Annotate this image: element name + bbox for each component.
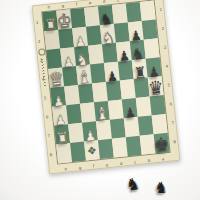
piece-bP[interactable]: ♟ — [118, 49, 130, 64]
piece-bP[interactable]: ♟ — [106, 69, 118, 84]
square-a5[interactable]: ♛ — [148, 76, 164, 96]
piece-bQ[interactable]: ♛ — [147, 78, 164, 99]
piece-bN[interactable]: ♞ — [99, 10, 113, 27]
square-a1[interactable] — [140, 1, 156, 21]
rank-label-8: 8 — [49, 153, 52, 157]
file-label-c: c — [117, 0, 120, 2]
piece-bR[interactable]: ♜ — [133, 64, 147, 81]
captured-piece-bN[interactable]: ♞ — [125, 176, 141, 194]
piece-bN[interactable]: ♞ — [131, 45, 145, 62]
rank-label-6: 6 — [46, 115, 49, 119]
piece-wP[interactable]: ♟ — [84, 129, 96, 144]
rank-label-8: 8 — [173, 140, 176, 144]
file-label-e: e — [89, 1, 92, 5]
rank-label-2: 2 — [161, 26, 164, 30]
square-a7[interactable] — [152, 114, 168, 134]
mat-crest-icon: ❖ — [86, 145, 98, 158]
rank-label-1: 1 — [36, 20, 39, 24]
piece-bK[interactable]: ♚ — [153, 135, 170, 156]
file-label-g: g — [79, 166, 82, 170]
piece-bP[interactable]: ♟ — [124, 106, 136, 121]
rank-label-3: 3 — [40, 58, 43, 62]
square-h4[interactable]: ♛ — [48, 67, 64, 87]
captured-piece-bN[interactable]: ♞ — [154, 180, 169, 197]
file-label-d: d — [120, 161, 123, 165]
file-label-f: f — [76, 2, 78, 6]
rank-label-2: 2 — [38, 39, 41, 43]
square-a4[interactable]: ♟ — [146, 57, 162, 77]
rank-label-6: 6 — [169, 102, 172, 106]
piece-wR[interactable]: ♜ — [55, 129, 69, 146]
rank-label-4: 4 — [42, 77, 45, 81]
square-f4[interactable]: ♝ — [76, 65, 92, 85]
piece-wK[interactable]: ♚ — [56, 11, 73, 32]
square-e6[interactable]: ♝ — [94, 101, 110, 121]
file-label-c: c — [134, 160, 137, 164]
rank-label-5: 5 — [44, 96, 47, 100]
piece-wB[interactable]: ♝ — [95, 105, 110, 123]
chess-mat: hgfedcba hgfedcba 12345678 12345678 ♜♚♞♟… — [31, 0, 180, 174]
piece-wP[interactable]: ♟ — [63, 55, 75, 70]
file-label-d: d — [103, 0, 106, 3]
rank-label-4: 4 — [165, 64, 168, 68]
square-g1[interactable]: ♚ — [56, 9, 72, 29]
square-a3[interactable] — [144, 38, 160, 58]
file-label-h: h — [47, 5, 50, 9]
board-grid: ♜♚♞♟♞♟♟♞♟♞♛♝♟♜♟♟♛♟♝♟♜♟❖♚ — [42, 1, 169, 164]
rank-label-7: 7 — [47, 134, 50, 138]
file-label-a: a — [162, 157, 165, 161]
piece-bP[interactable]: ♟ — [130, 29, 142, 44]
square-a2[interactable] — [142, 19, 158, 39]
piece-wN[interactable]: ♞ — [75, 51, 89, 68]
file-label-f: f — [93, 164, 95, 168]
file-label-h: h — [64, 167, 67, 171]
file-label-e: e — [106, 163, 109, 167]
piece-wN[interactable]: ♞ — [101, 29, 115, 46]
rank-label-7: 7 — [171, 121, 174, 125]
piece-wB[interactable]: ♝ — [77, 69, 92, 87]
rank-label-3: 3 — [163, 45, 166, 49]
square-a8[interactable]: ♚ — [154, 133, 170, 153]
rank-label-5: 5 — [167, 83, 170, 87]
piece-wQ[interactable]: ♛ — [48, 69, 65, 90]
file-label-b: b — [148, 158, 151, 162]
piece-wP[interactable]: ♟ — [53, 94, 65, 109]
rank-label-1: 1 — [159, 7, 162, 11]
file-label-g: g — [62, 3, 65, 7]
piece-wP[interactable]: ♟ — [55, 113, 67, 128]
piece-wP[interactable]: ♟ — [74, 34, 86, 49]
